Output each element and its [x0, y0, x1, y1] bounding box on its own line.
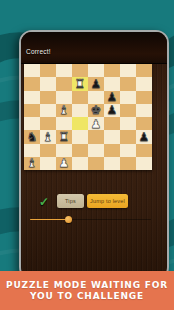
square-c3[interactable]: ♜: [56, 130, 72, 143]
piece-white-pawn[interactable]: ♟: [91, 117, 102, 129]
square-h2[interactable]: [136, 144, 152, 157]
square-h3[interactable]: ♟: [136, 130, 152, 143]
square-h8[interactable]: [136, 64, 152, 77]
square-e1[interactable]: [88, 157, 104, 170]
square-h4[interactable]: [136, 117, 152, 130]
piece-black-king[interactable]: ♚: [91, 104, 102, 116]
square-c7[interactable]: [56, 77, 72, 90]
piece-black-pawn[interactable]: ♟: [107, 104, 118, 116]
square-e7[interactable]: ♟: [88, 77, 104, 90]
piece-white-rook[interactable]: ♜: [59, 130, 70, 142]
square-a1[interactable]: ♝: [24, 157, 40, 170]
square-c8[interactable]: [56, 64, 72, 77]
square-e4[interactable]: ♟: [88, 117, 104, 130]
correct-message: Correct!: [26, 48, 51, 56]
square-h6[interactable]: [136, 91, 152, 104]
square-e3[interactable]: [88, 130, 104, 143]
square-a2[interactable]: [24, 144, 40, 157]
square-c2[interactable]: [56, 144, 72, 157]
square-c4[interactable]: [56, 117, 72, 130]
square-d2[interactable]: [72, 144, 88, 157]
slider-fill: [30, 219, 69, 221]
square-a8[interactable]: [24, 64, 40, 77]
check-icon: ✓: [39, 195, 49, 209]
square-b4[interactable]: [40, 117, 56, 130]
square-g3[interactable]: [120, 130, 136, 143]
square-f4[interactable]: [104, 117, 120, 130]
square-e2[interactable]: [88, 144, 104, 157]
square-g4[interactable]: [120, 117, 136, 130]
square-b3[interactable]: ♝: [40, 130, 56, 143]
square-b1[interactable]: [40, 157, 56, 170]
square-f3[interactable]: [104, 130, 120, 143]
square-e6[interactable]: [88, 91, 104, 104]
square-d1[interactable]: [72, 157, 88, 170]
tips-button[interactable]: Tips: [57, 194, 84, 208]
square-f6[interactable]: ♟: [104, 91, 120, 104]
square-d8[interactable]: [72, 64, 88, 77]
progress-slider[interactable]: [30, 216, 151, 223]
message-bar: Correct!: [21, 32, 167, 64]
phone-screen: Correct! ♜♟♟♝♚♟♟♞♝♜♟♝♟ ✓ Tips Jump to le…: [21, 32, 167, 278]
square-a4[interactable]: [24, 117, 40, 130]
square-c6[interactable]: [56, 91, 72, 104]
square-f5[interactable]: ♟: [104, 104, 120, 117]
square-c1[interactable]: ♟: [56, 157, 72, 170]
square-b2[interactable]: [40, 144, 56, 157]
piece-black-pawn[interactable]: ♟: [139, 130, 150, 142]
square-b5[interactable]: [40, 104, 56, 117]
square-h5[interactable]: [136, 104, 152, 117]
square-g6[interactable]: [120, 91, 136, 104]
caption-line-1: PUZZLE MODE WAITING FOR: [6, 280, 168, 291]
square-a6[interactable]: [24, 91, 40, 104]
caption-line-2: YOU TO CHALLENGE: [30, 291, 144, 302]
square-g8[interactable]: [120, 64, 136, 77]
piece-white-bishop[interactable]: ♝: [27, 157, 38, 169]
screenshot-canvas: Correct! ♜♟♟♝♚♟♟♞♝♜♟♝♟ ✓ Tips Jump to le…: [0, 0, 174, 310]
piece-white-bishop[interactable]: ♝: [59, 104, 70, 116]
square-d7[interactable]: ♜: [72, 77, 88, 90]
square-e5[interactable]: ♚: [88, 104, 104, 117]
piece-black-knight[interactable]: ♞: [27, 130, 38, 142]
piece-white-bishop[interactable]: ♝: [43, 130, 54, 142]
piece-black-pawn[interactable]: ♟: [91, 77, 102, 89]
square-a3[interactable]: ♞: [24, 130, 40, 143]
square-b6[interactable]: [40, 91, 56, 104]
square-f2[interactable]: [104, 144, 120, 157]
chess-board: ♜♟♟♝♚♟♟♞♝♜♟♝♟: [24, 64, 152, 170]
square-d6[interactable]: [72, 91, 88, 104]
square-g2[interactable]: [120, 144, 136, 157]
square-e8[interactable]: [88, 64, 104, 77]
square-c5[interactable]: ♝: [56, 104, 72, 117]
piece-black-pawn[interactable]: ♟: [107, 91, 118, 103]
square-h1[interactable]: [136, 157, 152, 170]
phone-frame: Correct! ♜♟♟♝♚♟♟♞♝♜♟♝♟ ✓ Tips Jump to le…: [19, 30, 169, 280]
square-f7[interactable]: [104, 77, 120, 90]
square-d5[interactable]: [72, 104, 88, 117]
slider-knob[interactable]: [65, 216, 72, 223]
square-a5[interactable]: [24, 104, 40, 117]
piece-white-pawn[interactable]: ♟: [59, 157, 70, 169]
square-g1[interactable]: [120, 157, 136, 170]
caption-banner: PUZZLE MODE WAITING FOR YOU TO CHALLENGE: [0, 271, 174, 310]
square-a7[interactable]: [24, 77, 40, 90]
square-f8[interactable]: [104, 64, 120, 77]
square-b8[interactable]: [40, 64, 56, 77]
piece-white-rook[interactable]: ♜: [75, 77, 86, 89]
square-b7[interactable]: [40, 77, 56, 90]
square-g5[interactable]: [120, 104, 136, 117]
square-d3[interactable]: [72, 130, 88, 143]
square-h7[interactable]: [136, 77, 152, 90]
square-f1[interactable]: [104, 157, 120, 170]
square-g7[interactable]: [120, 77, 136, 90]
square-d4[interactable]: [72, 117, 88, 130]
jump-to-level-button[interactable]: Jump to level: [87, 194, 128, 208]
